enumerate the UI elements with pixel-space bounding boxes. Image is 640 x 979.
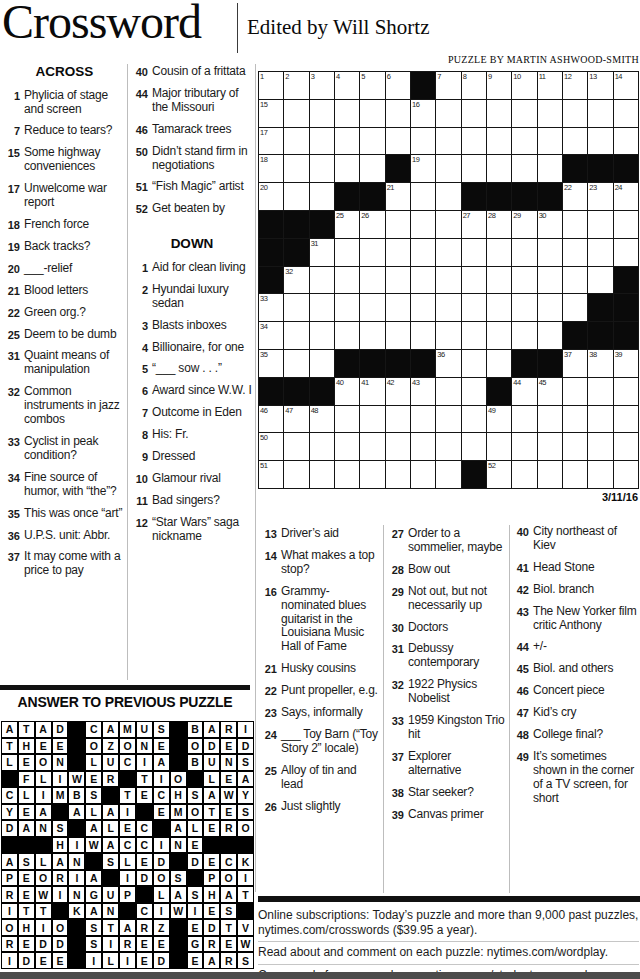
clue-number: 6 [131,384,148,398]
cell-number: 12 [564,72,571,81]
grid-cell[interactable] [563,406,588,434]
grid-cell[interactable] [487,433,512,461]
grid-cell[interactable] [538,100,563,128]
answer-letter: R [225,723,233,735]
block-cell [386,350,411,378]
answer-letter-cell: R [1,886,18,903]
grid-cell[interactable] [487,294,512,322]
clue-item: 16Grammy-nominated blues guitarist in th… [260,585,380,655]
grid-cell[interactable] [588,461,613,489]
grid-cell[interactable]: 5 [360,72,385,100]
grid-cell[interactable] [360,406,385,434]
grid-cell[interactable]: 7 [436,72,461,100]
answer-letter-cell: S [52,820,69,837]
answer-letter-cell: C [136,820,153,837]
clue-item: 51“Fish Magic” artist [131,180,253,194]
clue-text: Alloy of tin and lead [281,764,380,792]
grid-cell[interactable]: 19 [411,155,436,183]
grid-cell[interactable]: 21 [386,183,411,211]
grid-cell[interactable] [386,128,411,156]
grid-cell[interactable] [310,461,335,489]
grid-cell[interactable] [512,322,537,350]
clue-text: ___ Toy Barn (“Toy Story 2” locale) [281,728,380,756]
grid-cell[interactable] [614,239,639,267]
grid-cell[interactable] [512,294,537,322]
clue-item: 23Says, informally [260,706,380,720]
grid-cell[interactable] [487,322,512,350]
grid-cell[interactable] [335,433,360,461]
clue-item: 331959 Kingston Trio hit [387,714,505,742]
grid-cell[interactable]: 2 [284,72,309,100]
grid-cell[interactable]: 36 [436,350,461,378]
grid-cell[interactable] [335,128,360,156]
grid-cell[interactable] [588,239,613,267]
answer-letter: B [73,789,81,801]
grid-cell[interactable]: 6 [386,72,411,100]
answer-letter-cell: W [85,837,102,854]
grid-cell[interactable] [284,350,309,378]
grid-cell[interactable]: 1 [259,72,284,100]
grid-cell[interactable] [284,294,309,322]
grid-cell[interactable] [310,322,335,350]
answer-letter: A [39,806,47,818]
answer-block-cell [237,903,254,920]
grid-cell[interactable] [386,239,411,267]
grid-cell[interactable] [512,239,537,267]
grid-cell[interactable] [563,267,588,295]
grid-cell[interactable] [411,183,436,211]
grid-cell[interactable]: 44 [512,378,537,406]
answer-letter-cell: E [187,837,204,854]
grid-cell[interactable]: 9 [487,72,512,100]
grid-cell[interactable] [462,155,487,183]
grid-cell[interactable] [588,100,613,128]
grid-cell[interactable] [487,155,512,183]
grid-cell[interactable]: 18 [259,155,284,183]
grid-cell[interactable] [563,433,588,461]
answer-letter-cell: O [170,771,187,788]
answer-letter-cell: I [187,903,204,920]
answer-letter: F [23,773,29,785]
grid-cell[interactable]: 47 [284,406,309,434]
grid-cell[interactable] [487,267,512,295]
answer-letter: P [208,872,215,884]
grid-cell[interactable]: 12 [563,72,588,100]
answer-letter-cell: W [68,771,85,788]
answer-letter: N [141,740,149,752]
grid-cell[interactable]: 52 [487,461,512,489]
grid-cell[interactable] [436,322,461,350]
grid-cell[interactable] [310,433,335,461]
block-cell [284,239,309,267]
grid-cell[interactable] [538,322,563,350]
block-cell [360,350,385,378]
grid-cell[interactable]: 38 [588,350,613,378]
grid-cell[interactable] [614,100,639,128]
clue-item: 22Punt propeller, e.g. [260,684,380,698]
cell-number: 21 [387,183,394,192]
grid-cell[interactable]: 42 [386,378,411,406]
grid-cell[interactable] [335,322,360,350]
grid-cell[interactable] [563,294,588,322]
grid-cell[interactable]: 48 [310,406,335,434]
grid-cell[interactable] [588,378,613,406]
grid-cell[interactable] [538,433,563,461]
answer-letter: I [109,938,112,950]
grid-cell[interactable] [614,211,639,239]
clue-item: 14What makes a top stop? [260,549,380,577]
grid-cell[interactable] [386,267,411,295]
grid-cell[interactable] [310,183,335,211]
grid-cell[interactable]: 10 [512,72,537,100]
grid-cell[interactable]: 28 [487,211,512,239]
clue-number: 9 [131,450,148,464]
grid-cell[interactable] [284,128,309,156]
grid-cell[interactable] [538,155,563,183]
grid-cell[interactable] [436,461,461,489]
answer-letter: W [72,773,82,785]
cell-number: 20 [260,183,267,192]
grid-cell[interactable] [487,239,512,267]
answer-letter-cell: C [119,754,136,771]
clue-item: 37Explorer alternative [387,750,505,778]
grid-cell[interactable]: 45 [538,378,563,406]
grid-cell[interactable] [436,100,461,128]
grid-cell[interactable] [335,461,360,489]
grid-cell[interactable] [538,461,563,489]
answer-letter-cell: A [170,886,187,903]
grid-cell[interactable] [360,128,385,156]
grid-cell[interactable] [538,128,563,156]
grid-cell[interactable] [512,461,537,489]
grid-cell[interactable] [411,294,436,322]
clue-text: Award since W.W. I [152,384,253,398]
grid-cell[interactable] [436,406,461,434]
answer-letter: D [22,955,30,967]
grid-cell[interactable]: 33 [259,294,284,322]
grid-cell[interactable] [386,100,411,128]
grid-cell[interactable] [436,183,461,211]
grid-cell[interactable] [487,128,512,156]
grid-cell[interactable] [512,100,537,128]
grid-cell[interactable] [614,378,639,406]
grid-cell[interactable]: 22 [563,183,588,211]
grid-cell[interactable] [462,322,487,350]
clue-text: Quaint means of manipulation [24,349,126,377]
answer-letter-cell: L [102,952,119,969]
grid-cell[interactable] [335,155,360,183]
answer-letter: D [141,872,149,884]
answer-letter-cell: R [119,936,136,953]
grid-cell[interactable]: 25 [335,211,360,239]
grid-cell[interactable] [360,155,385,183]
grid-cell[interactable] [563,461,588,489]
grid-cell[interactable] [614,406,639,434]
answer-letter-cell: W [237,936,254,953]
answer-letter: N [174,839,182,851]
answer-letter-cell: E [18,936,35,953]
grid-cell[interactable] [436,378,461,406]
answer-letter: M [123,723,132,735]
cell-number: 46 [260,406,267,415]
grid-cell[interactable] [386,294,411,322]
grid-cell[interactable] [436,267,461,295]
grid-cell[interactable] [284,461,309,489]
grid-cell[interactable] [310,155,335,183]
clue-number: 15 [3,146,20,174]
grid-cell[interactable] [411,128,436,156]
answer-letter: E [191,922,198,934]
answer-letter-cell: A [119,919,136,936]
grid-cell[interactable] [360,239,385,267]
answer-letter: E [23,806,30,818]
grid-cell[interactable] [563,211,588,239]
block-cell [462,183,487,211]
grid-cell[interactable]: 35 [259,350,284,378]
cell-number: 18 [260,155,267,164]
answer-letter: I [194,905,197,917]
answer-letter-cell: A [102,804,119,821]
grid-cell[interactable] [462,406,487,434]
grid-cell[interactable] [487,350,512,378]
grid-cell[interactable] [284,183,309,211]
grid-cell[interactable] [436,128,461,156]
answer-block-cell [68,738,85,755]
grid-cell[interactable] [563,239,588,267]
grid-cell[interactable] [411,239,436,267]
grid-cell[interactable]: 32 [284,267,309,295]
answer-letter-cell: K [237,853,254,870]
grid-cell[interactable] [588,128,613,156]
grid-cell[interactable]: 16 [411,100,436,128]
grid-cell[interactable] [360,294,385,322]
grid-cell[interactable] [310,100,335,128]
grid-cell[interactable]: 40 [335,378,360,406]
grid-cell[interactable] [411,267,436,295]
answer-letter-cell: O [237,820,254,837]
answer-letter: G [90,889,98,901]
grid-cell[interactable] [588,433,613,461]
grid-cell[interactable] [614,461,639,489]
grid-cell[interactable] [436,239,461,267]
grid-cell[interactable]: 3 [310,72,335,100]
answer-letter: E [225,740,232,752]
grid-cell[interactable] [335,100,360,128]
cell-number: 8 [463,72,467,81]
grid-cell[interactable] [462,267,487,295]
grid-cell[interactable] [411,433,436,461]
grid-cell[interactable]: 27 [462,211,487,239]
grid-cell[interactable] [512,128,537,156]
clue-item: 40Cousin of a frittata [131,65,253,79]
grid-cell[interactable] [512,267,537,295]
grid-cell[interactable]: 46 [259,406,284,434]
grid-cell[interactable]: 17 [259,128,284,156]
answer-letter-cell: L [203,771,220,788]
grid-cell[interactable] [284,155,309,183]
grid-cell[interactable] [360,100,385,128]
grid-cell[interactable] [614,128,639,156]
down-header: DOWN [131,236,253,252]
grid-cell[interactable] [462,100,487,128]
answer-block-cell [18,837,35,854]
grid-cell[interactable] [335,294,360,322]
block-cell [512,350,537,378]
grid-cell[interactable] [538,267,563,295]
grid-cell[interactable] [360,433,385,461]
grid-cell[interactable]: 37 [563,350,588,378]
grid-cell[interactable] [386,433,411,461]
clue-number: 47 [512,706,529,720]
grid-cell[interactable]: 11 [538,72,563,100]
grid-cell[interactable] [614,433,639,461]
clue-number: 40 [512,525,529,553]
grid-cell[interactable]: 20 [259,183,284,211]
answer-letter-cell: A [35,721,52,738]
clue-item: 12“Star Wars” saga nickname [131,516,253,544]
grid-cell[interactable] [436,433,461,461]
grid-cell[interactable] [284,322,309,350]
grid-cell[interactable]: 43 [411,378,436,406]
answer-letter-cell: T [203,804,220,821]
answer-letter-cell: T [136,771,153,788]
grid-cell[interactable] [462,128,487,156]
grid-cell[interactable] [462,294,487,322]
clue-text: Blasts inboxes [152,319,253,333]
grid-cell[interactable] [335,406,360,434]
answer-letter: R [107,773,115,785]
grid-cell[interactable] [284,100,309,128]
cell-number: 49 [488,406,495,415]
grid-cell[interactable] [436,155,461,183]
grid-cell[interactable] [436,211,461,239]
grid-cell[interactable] [462,350,487,378]
grid-cell[interactable] [462,378,487,406]
answer-letter: T [6,740,12,752]
answer-letter: A [208,723,216,735]
grid-cell[interactable]: 4 [335,72,360,100]
clue-item: 9Dressed [131,450,253,464]
grid-cell[interactable] [284,433,309,461]
grid-cell[interactable]: 49 [487,406,512,434]
answer-letter: E [158,938,165,950]
grid-cell[interactable]: 34 [259,322,284,350]
answer-letter: E [191,839,198,851]
grid-cell[interactable] [487,100,512,128]
grid-cell[interactable]: 51 [259,461,284,489]
grid-cell[interactable] [462,433,487,461]
grid-cell[interactable] [386,461,411,489]
grid-cell[interactable]: 50 [259,433,284,461]
grid-cell[interactable] [512,155,537,183]
answer-letter-cell: N [35,820,52,837]
grid-cell[interactable] [512,406,537,434]
grid-cell[interactable]: 41 [360,378,385,406]
answer-letter-cell: I [68,837,85,854]
grid-cell[interactable]: 29 [512,211,537,239]
grid-cell[interactable] [538,239,563,267]
answer-letter: T [124,789,130,801]
clue-number: 25 [3,328,20,342]
grid-cell[interactable] [563,128,588,156]
answer-letter: S [191,889,198,901]
block-cell [335,183,360,211]
clue-item: 41Head Stone [512,561,639,575]
grid-cell[interactable] [335,267,360,295]
grid-cell[interactable] [386,322,411,350]
grid-cell[interactable]: 8 [462,72,487,100]
grid-cell[interactable] [335,239,360,267]
grid-cell[interactable]: 14 [614,72,639,100]
grid-cell[interactable] [512,433,537,461]
grid-cell[interactable] [360,461,385,489]
answer-letter: L [124,856,130,868]
clue-number: 20 [3,262,20,276]
clue-number: 50 [131,145,148,173]
grid-cell[interactable]: 23 [588,183,613,211]
answer-letter: D [191,856,199,868]
answer-block-cell [35,837,52,854]
answer-letter: L [107,955,113,967]
clue-text: Glamour rival [152,472,253,486]
grid-cell[interactable] [360,267,385,295]
grid-cell[interactable] [588,406,613,434]
answer-letter: Y [242,789,249,801]
grid-cell[interactable] [360,322,385,350]
grid-cell[interactable] [538,294,563,322]
clue-item: 3Blasts inboxes [131,319,253,333]
answer-letter-cell: H [18,738,35,755]
grid-cell[interactable] [310,267,335,295]
grid-cell[interactable] [436,294,461,322]
grid-cell[interactable] [310,128,335,156]
clue-text: The New Yorker film critic Anthony [533,605,639,633]
grid-cell[interactable] [310,350,335,378]
clue-column-down-3: 40City northeast of Kiev41Head Stone42Bi… [512,525,639,814]
grid-cell[interactable] [411,461,436,489]
answer-letter: W [224,789,234,801]
grid-cell[interactable] [310,294,335,322]
grid-cell[interactable] [411,406,436,434]
grid-cell[interactable] [588,211,613,239]
cell-number: 5 [361,72,365,81]
answer-letter-cell: E [153,936,170,953]
grid-cell[interactable] [538,406,563,434]
grid-cell[interactable]: 24 [614,183,639,211]
grid-cell[interactable] [386,211,411,239]
grid-cell[interactable]: 30 [538,211,563,239]
footer-line-subscriptions: Online subscriptions: Today’s puzzle and… [258,905,639,941]
grid-cell[interactable] [563,378,588,406]
grid-cell[interactable] [588,267,613,295]
grid-cell[interactable]: 26 [360,211,385,239]
block-cell [614,322,639,350]
grid-cell[interactable] [411,211,436,239]
grid-cell[interactable] [462,239,487,267]
grid-cell[interactable]: 39 [614,350,639,378]
grid-cell[interactable]: 15 [259,100,284,128]
grid-cell[interactable]: 31 [310,239,335,267]
grid-cell[interactable] [563,100,588,128]
answer-letter-cell: E [220,936,237,953]
clue-number: 29 [387,585,404,613]
grid-cell[interactable]: 13 [588,72,613,100]
clue-number: 23 [260,706,277,720]
grid-cell[interactable] [386,406,411,434]
answer-letter: I [8,905,11,917]
grid-cell[interactable] [411,322,436,350]
answer-letter-cell: H [52,837,69,854]
